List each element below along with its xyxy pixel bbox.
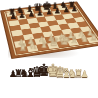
square-a6 [9, 20, 20, 26]
black-p-d7: ♟ [37, 10, 43, 17]
square-d6 [36, 17, 47, 23]
square-g7: ♟ [60, 9, 71, 14]
square-b8: ♞ [15, 10, 25, 15]
black-p-h7: ♟ [72, 6, 78, 13]
square-e5 [47, 20, 58, 26]
square-d5 [38, 21, 49, 27]
square-h8: ♜ [65, 4, 76, 9]
black-p-e7: ♟ [46, 9, 52, 16]
square-f8: ♝ [49, 6, 60, 11]
black-k-e8: ♚ [42, 1, 52, 12]
square-d8: ♛ [32, 8, 42, 13]
closed-box-group: ♟♜♞♝♛♚♚♛♝♞♜♟ [0, 52, 98, 98]
square-h4 [76, 21, 88, 27]
square-a7: ♟ [7, 16, 17, 22]
black-p-c7: ♟ [28, 11, 34, 18]
light-p-on-box: ♟ [80, 70, 88, 79]
square-e6 [45, 16, 56, 22]
square-c6 [27, 18, 38, 24]
square-c7: ♟ [25, 13, 36, 18]
square-g5 [65, 18, 77, 24]
square-f5 [56, 19, 67, 25]
black-n-b8: ♞ [17, 6, 25, 14]
square-g8: ♞ [57, 5, 68, 10]
white-n-g1: ♞ [80, 34, 89, 44]
square-g6 [62, 13, 73, 18]
square-f7: ♟ [51, 10, 62, 15]
black-p-b7: ♟ [19, 12, 25, 19]
white-k-e1: ♚ [58, 33, 70, 46]
square-h7: ♟ [68, 8, 79, 13]
black-r-a8: ♜ [8, 8, 15, 16]
square-h6 [71, 12, 82, 17]
square-c8: ♝ [24, 9, 34, 14]
black-n-g8: ♞ [60, 1, 67, 9]
square-a8: ♜ [6, 11, 16, 16]
black-r-h8: ♜ [68, 1, 75, 9]
open-chess-board: ♜♞♝♛♚♝♞♜♟♟♟♟♟♟♟♟♟♟♟♟♟♟♟♟♜♞♝♛♚♝♞♜ [0, 1, 98, 59]
white-n-b1: ♞ [29, 41, 38, 51]
square-b7: ♟ [16, 15, 26, 21]
black-p-f7: ♟ [54, 8, 60, 15]
black-p-a7: ♟ [10, 13, 17, 20]
white-q-d1: ♛ [48, 36, 59, 48]
white-r-h1: ♜ [90, 33, 98, 42]
square-f6 [53, 15, 64, 21]
white-b-c1: ♝ [39, 38, 49, 49]
square-h5 [73, 17, 85, 23]
black-p-g7: ♟ [63, 7, 69, 14]
square-b6 [18, 19, 29, 25]
chess-set-product-photo[interactable]: ♜♞♝♛♚♝♞♜♟♟♟♟♟♟♟♟♟♟♟♟♟♟♟♟♜♞♝♛♚♝♞♜ ♟♜♞♝♛♚♚… [0, 0, 98, 98]
black-b-c8: ♝ [25, 4, 33, 13]
square-e7: ♟ [43, 11, 54, 16]
chess-board-grid: ♜♞♝♛♚♝♞♜♟♟♟♟♟♟♟♟♟♟♟♟♟♟♟♟♜♞♝♛♚♝♞♜ [6, 4, 98, 53]
square-c1: ♝ [36, 43, 49, 50]
black-b-f8: ♝ [51, 1, 59, 10]
square-e8: ♚ [41, 7, 51, 12]
square-d7: ♟ [34, 12, 45, 17]
black-q-d8: ♛ [34, 2, 43, 12]
